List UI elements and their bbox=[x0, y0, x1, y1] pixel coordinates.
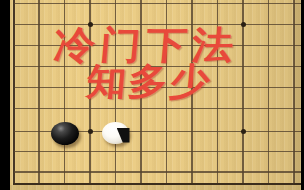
horizontal-grid-line bbox=[14, 108, 302, 109]
black-stone bbox=[51, 122, 79, 145]
letterbox-bar-right bbox=[301, 0, 304, 190]
horizontal-grid-line bbox=[14, 171, 302, 172]
video-frame: 冷门下法 知多少 bbox=[0, 0, 304, 190]
board-lower-rim bbox=[10, 185, 301, 190]
star-point bbox=[88, 129, 93, 134]
star-point bbox=[241, 129, 246, 134]
title-line-2: 知多少 bbox=[0, 63, 303, 100]
horizontal-grid-line bbox=[14, 151, 302, 152]
title-line-1: 冷门下法 bbox=[0, 27, 300, 65]
horizontal-grid-line bbox=[14, 3, 302, 4]
